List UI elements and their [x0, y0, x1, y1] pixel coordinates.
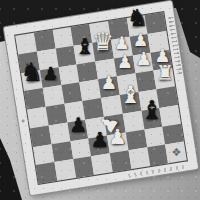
white-rook-h5[interactable]: ♜: [151, 63, 179, 84]
black-knight-g8[interactable]: ♞: [123, 7, 151, 31]
brand-logo-icon: ❖: [167, 147, 185, 158]
photo-scene: ❖♞♝♛♟♟♞♟♟♟♟♟♜♝♟♟♝♟♟: [0, 0, 200, 200]
chess-board[interactable]: ❖♞♝♛♟♟♞♟♟♟♟♟♜♝♟♟♝♟♟: [4, 1, 199, 196]
black-pawn-b6[interactable]: ♟: [37, 64, 65, 82]
black-bishop-g3[interactable]: ♝: [138, 98, 166, 123]
white-pawn-e2[interactable]: ♟: [104, 127, 132, 148]
border-rank-mark: [21, 119, 24, 122]
